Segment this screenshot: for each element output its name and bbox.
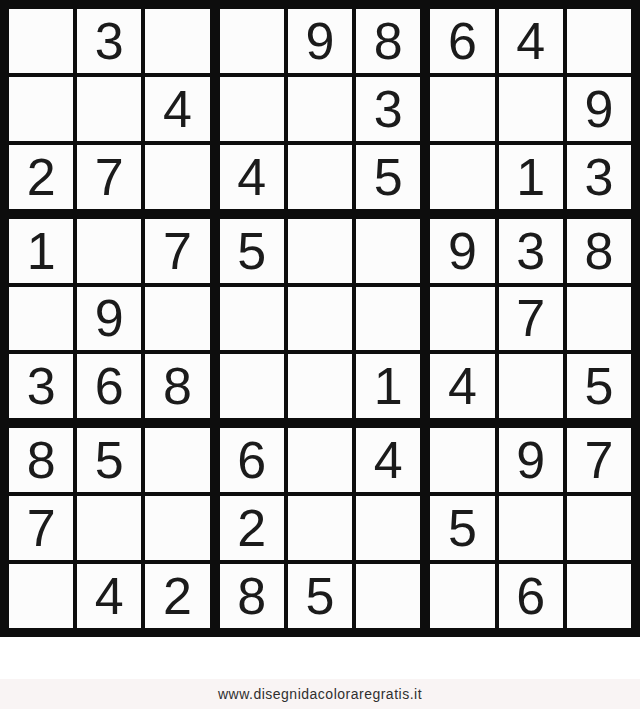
- cell-r7c3[interactable]: [145, 428, 209, 492]
- cell-r4c7: 9: [430, 219, 494, 283]
- cell-r6c4[interactable]: [220, 354, 284, 418]
- cell-r5c9[interactable]: [567, 287, 631, 351]
- cell-r1c8: 4: [499, 9, 563, 73]
- cell-r8c2[interactable]: [77, 496, 141, 560]
- cell-r8c3[interactable]: [145, 496, 209, 560]
- cell-r9c2: 4: [77, 564, 141, 628]
- cell-r9c4: 8: [220, 564, 284, 628]
- cell-r3c9: 3: [567, 145, 631, 209]
- cell-r8c7: 5: [430, 496, 494, 560]
- cell-r9c8: 6: [499, 564, 563, 628]
- cell-r3c1: 2: [9, 145, 73, 209]
- watermark-text: www.disegnidacoloraregratis.it: [218, 686, 422, 702]
- cell-r8c1: 7: [9, 496, 73, 560]
- cell-r9c3: 2: [145, 564, 209, 628]
- cell-r2c2[interactable]: [77, 77, 141, 141]
- cell-r9c1[interactable]: [9, 564, 73, 628]
- cell-r2c5[interactable]: [288, 77, 352, 141]
- cell-r8c9[interactable]: [567, 496, 631, 560]
- cell-r7c8: 9: [499, 428, 563, 492]
- cell-r1c6: 8: [356, 9, 420, 73]
- page: 3986443927451317593897368145856497725428…: [0, 0, 640, 709]
- cell-r3c7[interactable]: [430, 145, 494, 209]
- cell-r6c9: 5: [567, 354, 631, 418]
- cell-r1c5: 9: [288, 9, 352, 73]
- cell-r2c3: 4: [145, 77, 209, 141]
- cell-r3c2: 7: [77, 145, 141, 209]
- cell-r2c8[interactable]: [499, 77, 563, 141]
- cell-r4c4: 5: [220, 219, 284, 283]
- cell-r1c3[interactable]: [145, 9, 209, 73]
- cell-r8c8[interactable]: [499, 496, 563, 560]
- cell-r3c8: 1: [499, 145, 563, 209]
- cell-r7c1: 8: [9, 428, 73, 492]
- cell-r4c2[interactable]: [77, 219, 141, 283]
- cell-r4c1: 1: [9, 219, 73, 283]
- cell-r2c6: 3: [356, 77, 420, 141]
- sudoku-board: 3986443927451317593897368145856497725428…: [0, 0, 640, 637]
- cell-r2c7[interactable]: [430, 77, 494, 141]
- cell-r5c1[interactable]: [9, 287, 73, 351]
- cell-r1c7: 6: [430, 9, 494, 73]
- cell-r6c5[interactable]: [288, 354, 352, 418]
- cell-r7c6: 4: [356, 428, 420, 492]
- cell-r2c9: 9: [567, 77, 631, 141]
- cell-r3c4: 4: [220, 145, 284, 209]
- cell-r6c2: 6: [77, 354, 141, 418]
- cell-r1c2: 3: [77, 9, 141, 73]
- cell-r9c9[interactable]: [567, 564, 631, 628]
- cell-r7c9: 7: [567, 428, 631, 492]
- cell-r5c2: 9: [77, 287, 141, 351]
- cell-r9c6[interactable]: [356, 564, 420, 628]
- cell-r1c4[interactable]: [220, 9, 284, 73]
- cell-r4c8: 3: [499, 219, 563, 283]
- cell-r3c6: 5: [356, 145, 420, 209]
- cell-r4c5[interactable]: [288, 219, 352, 283]
- cell-r5c5[interactable]: [288, 287, 352, 351]
- cell-r7c5[interactable]: [288, 428, 352, 492]
- cell-r8c5[interactable]: [288, 496, 352, 560]
- cell-r6c3: 8: [145, 354, 209, 418]
- watermark-band: www.disegnidacoloraregratis.it: [0, 679, 640, 709]
- cell-r1c9[interactable]: [567, 9, 631, 73]
- cell-r3c5[interactable]: [288, 145, 352, 209]
- cell-r2c1[interactable]: [9, 77, 73, 141]
- cell-r7c2: 5: [77, 428, 141, 492]
- cell-r6c1: 3: [9, 354, 73, 418]
- cell-r8c4: 2: [220, 496, 284, 560]
- cell-r2c4[interactable]: [220, 77, 284, 141]
- cell-r5c6[interactable]: [356, 287, 420, 351]
- cell-r8c6[interactable]: [356, 496, 420, 560]
- cell-r3c3[interactable]: [145, 145, 209, 209]
- cell-r5c3[interactable]: [145, 287, 209, 351]
- cell-r4c3: 7: [145, 219, 209, 283]
- cell-r1c1[interactable]: [9, 9, 73, 73]
- cell-r4c9: 8: [567, 219, 631, 283]
- cell-r4c6[interactable]: [356, 219, 420, 283]
- cell-r7c4: 6: [220, 428, 284, 492]
- cell-r5c7[interactable]: [430, 287, 494, 351]
- cell-r6c8[interactable]: [499, 354, 563, 418]
- cell-r6c7: 4: [430, 354, 494, 418]
- cell-r5c4[interactable]: [220, 287, 284, 351]
- cell-r9c7[interactable]: [430, 564, 494, 628]
- cell-r7c7[interactable]: [430, 428, 494, 492]
- cell-r6c6: 1: [356, 354, 420, 418]
- cell-r9c5: 5: [288, 564, 352, 628]
- cell-r5c8: 7: [499, 287, 563, 351]
